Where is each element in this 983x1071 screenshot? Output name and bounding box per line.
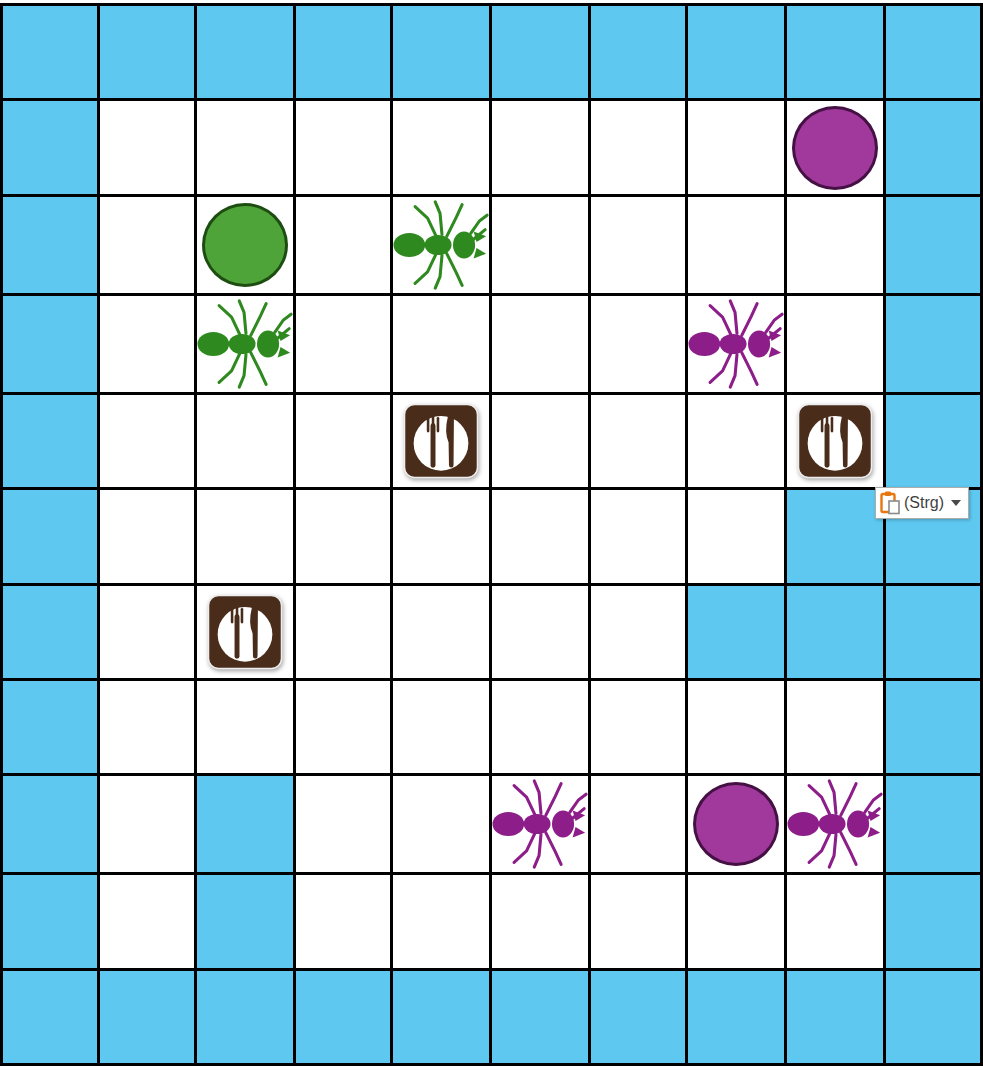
- board-cell[interactable]: [492, 586, 588, 678]
- water-cell[interactable]: [886, 586, 980, 678]
- board-cell[interactable]: [296, 586, 390, 678]
- board-cell[interactable]: [787, 681, 883, 773]
- board-cell[interactable]: [197, 197, 293, 293]
- water-cell[interactable]: [3, 971, 97, 1063]
- water-cell[interactable]: [787, 971, 883, 1063]
- board-cell[interactable]: [591, 101, 685, 193]
- board-cell[interactable]: [393, 586, 489, 678]
- board-cell[interactable]: [787, 197, 883, 293]
- board-cell[interactable]: [787, 875, 883, 967]
- board-cell[interactable]: [787, 395, 883, 487]
- board-cell[interactable]: [393, 681, 489, 773]
- board-cell[interactable]: [591, 776, 685, 872]
- water-cell[interactable]: [886, 875, 980, 967]
- water-cell[interactable]: [296, 6, 390, 98]
- water-cell[interactable]: [100, 6, 194, 98]
- paste-options-button[interactable]: (Strg): [875, 487, 969, 519]
- board-cell[interactable]: [688, 490, 784, 582]
- water-cell[interactable]: [787, 586, 883, 678]
- water-cell[interactable]: [591, 6, 685, 98]
- water-cell[interactable]: [886, 395, 980, 487]
- board-cell[interactable]: [492, 875, 588, 967]
- water-cell[interactable]: [787, 490, 883, 582]
- water-cell[interactable]: [492, 6, 588, 98]
- board-cell[interactable]: [296, 197, 390, 293]
- water-cell[interactable]: [492, 971, 588, 1063]
- water-cell[interactable]: [3, 875, 97, 967]
- board-cell[interactable]: [393, 296, 489, 392]
- board-cell[interactable]: [591, 586, 685, 678]
- water-cell[interactable]: [688, 6, 784, 98]
- board-cell[interactable]: [591, 197, 685, 293]
- board-cell[interactable]: [296, 681, 390, 773]
- green-ant[interactable]: [197, 296, 293, 392]
- board-cell[interactable]: [492, 197, 588, 293]
- water-cell[interactable]: [3, 395, 97, 487]
- clipboard-icon: [880, 491, 901, 515]
- board-cell[interactable]: [688, 395, 784, 487]
- chevron-down-icon: [951, 500, 961, 506]
- water-cell[interactable]: [886, 296, 980, 392]
- board-cell[interactable]: [197, 395, 293, 487]
- board-cell[interactable]: [100, 875, 194, 967]
- board-cell[interactable]: [393, 776, 489, 872]
- water-cell[interactable]: [197, 6, 293, 98]
- water-cell[interactable]: [886, 197, 980, 293]
- board-cell[interactable]: [197, 586, 293, 678]
- board-cell[interactable]: [591, 875, 685, 967]
- water-cell[interactable]: [886, 971, 980, 1063]
- water-cell[interactable]: [197, 776, 293, 872]
- purple-ant[interactable]: [787, 776, 883, 872]
- board-cell[interactable]: [787, 296, 883, 392]
- board-cell[interactable]: [787, 101, 883, 193]
- board-cell[interactable]: [393, 490, 489, 582]
- board-cell[interactable]: [688, 776, 784, 872]
- board-cell[interactable]: [296, 101, 390, 193]
- water-cell[interactable]: [3, 6, 97, 98]
- water-cell[interactable]: [3, 776, 97, 872]
- water-cell[interactable]: [3, 681, 97, 773]
- water-cell[interactable]: [787, 6, 883, 98]
- water-cell[interactable]: [886, 776, 980, 872]
- water-cell[interactable]: [296, 971, 390, 1063]
- water-cell[interactable]: [591, 971, 685, 1063]
- water-cell[interactable]: [688, 586, 784, 678]
- board-cell[interactable]: [197, 101, 293, 193]
- board-cell[interactable]: [100, 395, 194, 487]
- water-cell[interactable]: [100, 971, 194, 1063]
- food-tile[interactable]: [403, 403, 479, 479]
- water-cell[interactable]: [3, 490, 97, 582]
- board-cell[interactable]: [492, 395, 588, 487]
- board-cell[interactable]: [100, 197, 194, 293]
- water-cell[interactable]: [197, 875, 293, 967]
- water-cell[interactable]: [3, 296, 97, 392]
- board-cell[interactable]: [100, 490, 194, 582]
- water-cell[interactable]: [3, 586, 97, 678]
- food-tile[interactable]: [207, 594, 283, 670]
- board-cell[interactable]: [492, 296, 588, 392]
- board-cell[interactable]: [591, 296, 685, 392]
- water-cell[interactable]: [197, 971, 293, 1063]
- board-cell[interactable]: [296, 395, 390, 487]
- water-cell[interactable]: [3, 197, 97, 293]
- board-cell[interactable]: [492, 101, 588, 193]
- purple-ant[interactable]: [492, 776, 588, 872]
- food-tile[interactable]: [797, 403, 873, 479]
- board-cell[interactable]: [688, 296, 784, 392]
- slide-canvas: (Strg): [0, 0, 983, 1071]
- board-cell[interactable]: [688, 101, 784, 193]
- board-cell[interactable]: [393, 395, 489, 487]
- board-cell[interactable]: [787, 776, 883, 872]
- board-cell[interactable]: [100, 681, 194, 773]
- board-cell[interactable]: [492, 681, 588, 773]
- board-cell[interactable]: [100, 101, 194, 193]
- board-cell[interactable]: [296, 875, 390, 967]
- board-cell[interactable]: [197, 681, 293, 773]
- board-cell[interactable]: [688, 681, 784, 773]
- board-cell[interactable]: [100, 586, 194, 678]
- paste-options-label: (Strg): [904, 494, 944, 512]
- board-cell[interactable]: [296, 776, 390, 872]
- purple-anthill[interactable]: [693, 782, 779, 866]
- board-cell[interactable]: [296, 296, 390, 392]
- water-cell[interactable]: [886, 101, 980, 193]
- board-cell[interactable]: [197, 490, 293, 582]
- board-cell[interactable]: [492, 490, 588, 582]
- water-cell[interactable]: [886, 681, 980, 773]
- board-cell[interactable]: [591, 681, 685, 773]
- green-anthill[interactable]: [202, 203, 288, 287]
- board-cell[interactable]: [296, 490, 390, 582]
- board-cell[interactable]: [492, 776, 588, 872]
- game-board: [0, 3, 983, 1066]
- purple-ant[interactable]: [688, 296, 784, 392]
- water-cell[interactable]: [886, 6, 980, 98]
- board-cell[interactable]: [393, 875, 489, 967]
- board-cell[interactable]: [591, 395, 685, 487]
- board-cell[interactable]: [393, 197, 489, 293]
- purple-anthill[interactable]: [792, 106, 878, 190]
- board-cell[interactable]: [100, 296, 194, 392]
- board-cell[interactable]: [591, 490, 685, 582]
- board-cell[interactable]: [100, 776, 194, 872]
- board-cell[interactable]: [197, 296, 293, 392]
- water-cell[interactable]: [393, 6, 489, 98]
- green-ant[interactable]: [393, 197, 489, 293]
- board-cell[interactable]: [688, 197, 784, 293]
- water-cell[interactable]: [3, 101, 97, 193]
- water-cell[interactable]: [393, 971, 489, 1063]
- board-cell[interactable]: [688, 875, 784, 967]
- board-cell[interactable]: [393, 101, 489, 193]
- water-cell[interactable]: [688, 971, 784, 1063]
